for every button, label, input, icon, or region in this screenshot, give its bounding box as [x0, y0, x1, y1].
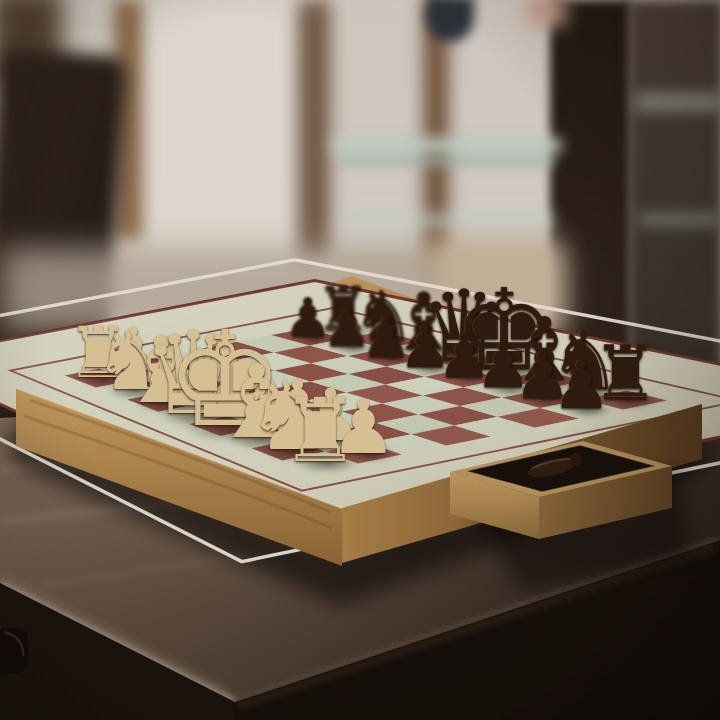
photo-scene: ♜♞♝♛♚♝♞♜♟♟♟♟♟♟♟♟♟♟♟♟♟♟♟♟♜♞♝♛♚♝♞♜	[0, 0, 720, 720]
piece-black-pawn-h7[interactable]: ♟	[552, 353, 611, 419]
piece-white-rook-h1[interactable]: ♜	[281, 387, 360, 475]
pieces-layer: ♜♞♝♛♚♝♞♜♟♟♟♟♟♟♟♟♟♟♟♟♟♟♟♟♜♞♝♛♚♝♞♜	[0, 0, 720, 720]
